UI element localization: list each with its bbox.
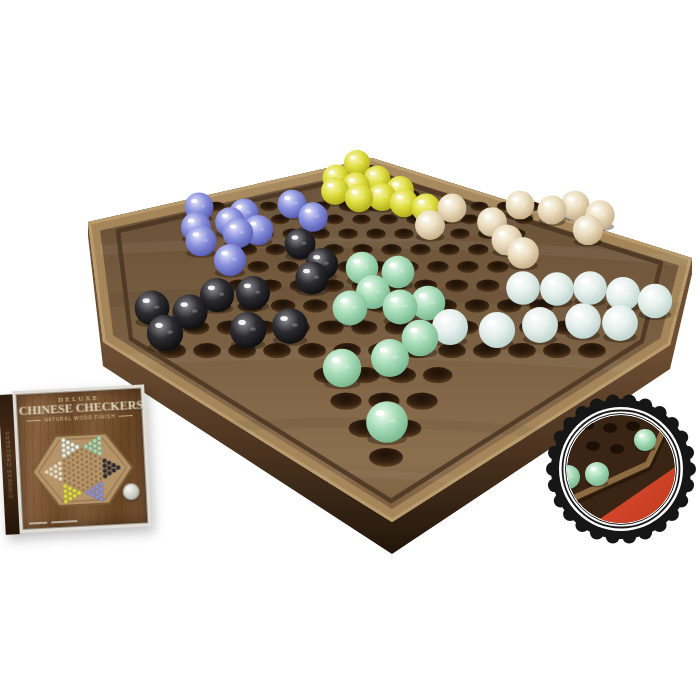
box-miniboard-art (19, 420, 146, 518)
box-front-face: DELUXE CHINESE CHECKERS NATURAL WOOD FIN… (12, 384, 151, 533)
marble-white (602, 305, 638, 341)
board-hole (450, 229, 470, 240)
board-hole (303, 299, 328, 313)
board-hole (338, 229, 358, 240)
marble-green (634, 429, 656, 451)
board-hole (465, 299, 490, 313)
marble-blue (223, 218, 253, 248)
marble-cream (507, 237, 539, 269)
marble-blue (214, 244, 246, 276)
board-hole (445, 279, 468, 292)
marble-white (573, 271, 607, 305)
board-hole (487, 261, 509, 273)
marble-white (479, 312, 515, 348)
board-hole (427, 261, 449, 273)
board-hole (439, 244, 460, 255)
board-hole (476, 279, 499, 292)
marble-cream (538, 196, 567, 225)
board-hole (468, 244, 489, 255)
marble-blue (186, 226, 217, 257)
marble-yellow (321, 177, 349, 205)
board-hole (366, 229, 386, 240)
marble-green (585, 462, 609, 486)
marble-white (522, 307, 558, 343)
flourish-left (27, 420, 41, 422)
board-hole (410, 244, 431, 255)
marble-white (565, 303, 601, 339)
board-hole (406, 393, 437, 410)
board-hole (423, 367, 452, 383)
board-hole (325, 214, 344, 224)
product-photo-stage: CHINESE CHECKERS DELUXE CHINESE CHECKERS… (0, 0, 700, 700)
marble-green (366, 401, 408, 443)
marble-white (506, 271, 540, 305)
board-hole (247, 261, 269, 273)
board-scene (0, 0, 700, 700)
board-hole (298, 343, 326, 358)
board-hole (265, 244, 286, 255)
flourish-right (118, 415, 132, 417)
marble-blue (298, 202, 327, 231)
board-hole (394, 229, 414, 240)
product-box: CHINESE CHECKERS DELUXE CHINESE CHECKERS… (0, 384, 156, 538)
marble-black (272, 308, 308, 344)
board-hole (193, 343, 221, 358)
marble-black (236, 276, 270, 310)
box-fine-print (29, 520, 77, 525)
marble-green (383, 290, 418, 325)
board-hole (457, 261, 479, 273)
board-hole (543, 343, 571, 358)
marble-cream (506, 191, 535, 220)
marble-white (540, 272, 574, 306)
marble-green (333, 291, 368, 326)
marble-black (147, 315, 183, 351)
marble-black (230, 312, 266, 348)
marble-cream (415, 210, 445, 240)
board-hole (260, 202, 278, 212)
board-hole (381, 244, 402, 255)
board-hole (277, 261, 299, 273)
marble-black (295, 261, 328, 294)
board-hole (352, 214, 371, 224)
marble-cream (573, 215, 603, 245)
board-hole (369, 448, 403, 467)
board-hole (330, 393, 361, 410)
board-hole (578, 343, 606, 358)
box-spine-text: CHINESE CHECKERS (4, 431, 14, 499)
marble-yellow (345, 184, 373, 212)
marble-white (638, 284, 672, 318)
marble-green (323, 349, 361, 387)
marble-green (371, 339, 409, 377)
